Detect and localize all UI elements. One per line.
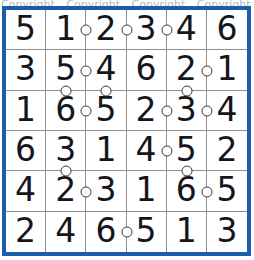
cell-r1c5: 4 [167,10,207,50]
cell-r6c1: 2 [6,212,46,252]
cell-r2c6: 1 [207,50,247,90]
cell-r3c6: 4 [207,91,247,131]
cell-r6c4: 5 [127,212,167,252]
cell-r6c5: 1 [167,212,207,252]
cell-r4c3: 1 [86,131,126,171]
cell-r1c1: 5 [6,10,46,50]
cell-r2c5: 2 [167,50,207,90]
cell-r5c5: 6 [167,171,207,211]
cell-r6c3: 6 [86,212,126,252]
cell-r1c3: 2 [86,10,126,50]
puzzle-board: 512346354621165234631452423165246513 [2,6,251,256]
cell-r4c5: 5 [167,131,207,171]
puzzle-screenshot: Copyright Copyright Copyright Copyright … [0,0,254,260]
cell-r1c4: 3 [127,10,167,50]
cell-r5c3: 3 [86,171,126,211]
puzzle-grid: 512346354621165234631452423165246513 [6,10,247,252]
cell-r4c4: 4 [127,131,167,171]
cell-r5c2: 2 [46,171,86,211]
cell-r5c4: 1 [127,171,167,211]
cell-r5c1: 4 [6,171,46,211]
cell-r1c2: 1 [46,10,86,50]
cell-r3c5: 3 [167,91,207,131]
cell-r4c1: 6 [6,131,46,171]
cell-r6c2: 4 [46,212,86,252]
cell-r2c4: 6 [127,50,167,90]
cell-r2c1: 3 [6,50,46,90]
cell-r2c3: 4 [86,50,126,90]
cell-r4c6: 2 [207,131,247,171]
cell-r4c2: 3 [46,131,86,171]
cell-r1c6: 6 [207,10,247,50]
cell-r5c6: 5 [207,171,247,211]
cell-r3c4: 2 [127,91,167,131]
cell-r6c6: 3 [207,212,247,252]
cell-r3c2: 6 [46,91,86,131]
cell-r3c1: 1 [6,91,46,131]
cell-r2c2: 5 [46,50,86,90]
cell-r3c3: 5 [86,91,126,131]
